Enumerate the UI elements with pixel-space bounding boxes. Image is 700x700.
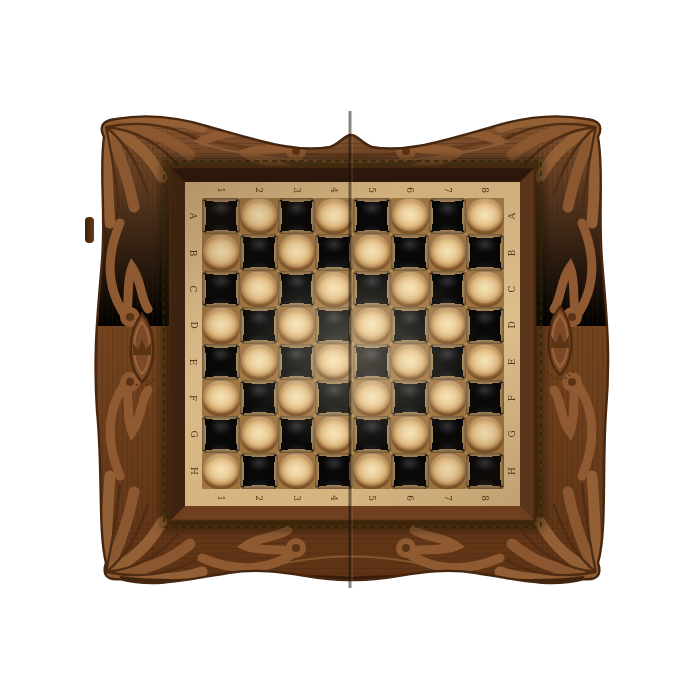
- coord-label-bottom-4: 4: [315, 489, 353, 506]
- coord-label-text: E: [188, 358, 198, 365]
- coord-label-right-6: F: [504, 380, 520, 416]
- square-B2: [240, 234, 278, 270]
- coord-label-top-4: 4: [315, 182, 353, 198]
- dark-square-pillow: [429, 344, 467, 380]
- square-C6: [391, 271, 429, 307]
- square-F8: [466, 380, 504, 416]
- coord-label-bottom-8: 8: [466, 489, 504, 506]
- square-A7: [429, 198, 467, 234]
- light-square-pillow: [202, 380, 240, 416]
- light-square-pillow: [278, 307, 316, 343]
- coord-label-bottom-6: 6: [391, 489, 429, 506]
- light-square-pillow: [466, 416, 504, 452]
- dark-square-pillow: [240, 453, 278, 489]
- square-F7: [429, 380, 467, 416]
- square-E7: [429, 344, 467, 380]
- coord-label-top-3: 3: [278, 182, 316, 198]
- coord-label-bottom-3: 3: [278, 489, 316, 506]
- dark-square-pillow: [202, 416, 240, 452]
- square-D8: [466, 307, 504, 343]
- coord-label-bottom-2: 2: [240, 489, 278, 506]
- corner-spacer: [504, 489, 520, 506]
- square-C4: [315, 271, 353, 307]
- square-A1: [202, 198, 240, 234]
- light-square-pillow: [466, 344, 504, 380]
- square-C8: [466, 271, 504, 307]
- dark-square-pillow: [353, 416, 391, 452]
- light-square-pillow: [391, 416, 429, 452]
- coord-label-text: H: [188, 467, 198, 475]
- coord-label-right-7: G: [504, 416, 520, 452]
- light-square-pillow: [315, 271, 353, 307]
- corner-spacer: [185, 182, 202, 198]
- inner-bevel-frame: 12345678AABBCCDDEEFFGGHH12345678: [170, 167, 535, 521]
- light-square-pillow: [240, 344, 278, 380]
- dark-square-pillow: [278, 271, 316, 307]
- square-H5: [353, 453, 391, 489]
- dark-square-pillow: [391, 307, 429, 343]
- coord-label-text: H: [507, 467, 517, 475]
- light-square-pillow: [429, 307, 467, 343]
- coord-label-text: 6: [405, 495, 415, 501]
- dark-square-pillow: [391, 380, 429, 416]
- coord-label-left-8: H: [185, 453, 202, 489]
- light-square-pillow: [353, 234, 391, 270]
- coord-label-text: A: [189, 213, 199, 220]
- light-square-pillow: [429, 453, 467, 489]
- square-B3: [278, 234, 316, 270]
- coord-label-text: F: [189, 395, 199, 401]
- square-F4: [315, 380, 353, 416]
- square-C5: [353, 271, 391, 307]
- coord-label-top-7: 7: [429, 182, 467, 198]
- square-D6: [391, 307, 429, 343]
- square-F2: [240, 380, 278, 416]
- coord-label-text: E: [507, 358, 517, 365]
- coord-label-text: 4: [329, 187, 339, 193]
- dark-square-pillow: [353, 344, 391, 380]
- square-H8: [466, 453, 504, 489]
- square-B1: [202, 234, 240, 270]
- square-G2: [240, 416, 278, 452]
- square-H3: [278, 453, 316, 489]
- side-clasp: [85, 217, 94, 243]
- square-G7: [429, 416, 467, 452]
- light-square-pillow: [353, 453, 391, 489]
- coord-label-text: D: [507, 322, 517, 329]
- coord-label-text: A: [507, 213, 517, 220]
- square-A5: [353, 198, 391, 234]
- coord-label-top-8: 8: [466, 182, 504, 198]
- coord-label-bottom-1: 1: [202, 489, 240, 506]
- dark-square-pillow: [240, 380, 278, 416]
- coord-label-bottom-7: 7: [429, 489, 467, 506]
- light-square-pillow: [391, 344, 429, 380]
- carved-chess-board: 12345678AABBCCDDEEFFGGHH12345678: [90, 111, 612, 588]
- corner-spacer: [185, 489, 202, 506]
- coord-label-text: 2: [254, 187, 264, 193]
- coord-label-right-4: D: [504, 307, 520, 343]
- dark-square-pillow: [466, 234, 504, 270]
- coord-label-bottom-5: 5: [353, 489, 391, 506]
- coord-label-left-2: B: [185, 234, 202, 270]
- square-G8: [466, 416, 504, 452]
- coord-label-left-5: E: [185, 344, 202, 380]
- square-A3: [278, 198, 316, 234]
- top-wave-carving: [186, 133, 516, 156]
- coord-label-text: 7: [442, 187, 452, 193]
- square-H7: [429, 453, 467, 489]
- light-square-pillow: [429, 380, 467, 416]
- square-H1: [202, 453, 240, 489]
- coord-label-top-2: 2: [240, 182, 278, 198]
- light-square-pillow: [202, 234, 240, 270]
- light-square-pillow: [202, 307, 240, 343]
- coord-label-text: 3: [291, 495, 301, 501]
- coord-label-top-5: 5: [353, 182, 391, 198]
- square-A8: [466, 198, 504, 234]
- square-E4: [315, 344, 353, 380]
- square-E5: [353, 344, 391, 380]
- square-B6: [391, 234, 429, 270]
- coord-label-text: 5: [367, 495, 377, 501]
- coord-label-text: C: [188, 285, 198, 292]
- coord-label-text: G: [507, 431, 517, 438]
- coord-label-text: 8: [480, 187, 490, 193]
- light-square-pillow: [240, 416, 278, 452]
- coord-label-left-3: C: [185, 271, 202, 307]
- product-photo: 12345678AABBCCDDEEFFGGHH12345678: [0, 0, 700, 700]
- light-square-pillow: [315, 416, 353, 452]
- square-F6: [391, 380, 429, 416]
- coord-label-text: 5: [367, 187, 377, 193]
- dark-square-pillow: [240, 307, 278, 343]
- coord-label-text: 4: [329, 495, 339, 501]
- light-square-pillow: [466, 271, 504, 307]
- square-E1: [202, 344, 240, 380]
- dark-square-pillow: [353, 198, 391, 234]
- square-D3: [278, 307, 316, 343]
- light-square-pillow: [391, 271, 429, 307]
- square-D4: [315, 307, 353, 343]
- light-square-pillow: [202, 453, 240, 489]
- square-B5: [353, 234, 391, 270]
- square-G4: [315, 416, 353, 452]
- square-G3: [278, 416, 316, 452]
- square-H6: [391, 453, 429, 489]
- corner-spacer: [504, 182, 520, 198]
- light-square-pillow: [240, 198, 278, 234]
- light-square-pillow: [240, 271, 278, 307]
- light-square-pillow: [391, 198, 429, 234]
- dark-square-pillow: [466, 380, 504, 416]
- coord-label-right-5: E: [504, 344, 520, 380]
- square-C2: [240, 271, 278, 307]
- coord-label-text: B: [189, 249, 199, 256]
- coord-label-right-3: C: [504, 271, 520, 307]
- square-B8: [466, 234, 504, 270]
- dark-square-pillow: [240, 234, 278, 270]
- light-square-pillow: [278, 234, 316, 270]
- coord-label-text: 7: [442, 495, 452, 501]
- dark-square-pillow: [278, 198, 316, 234]
- coord-label-text: 8: [480, 495, 490, 501]
- square-D2: [240, 307, 278, 343]
- light-square-pillow: [278, 453, 316, 489]
- square-A4: [315, 198, 353, 234]
- coord-label-left-6: F: [185, 380, 202, 416]
- square-G5: [353, 416, 391, 452]
- dark-square-pillow: [315, 380, 353, 416]
- square-D5: [353, 307, 391, 343]
- square-A2: [240, 198, 278, 234]
- coord-label-top-6: 6: [391, 182, 429, 198]
- dark-square-pillow: [315, 453, 353, 489]
- square-E6: [391, 344, 429, 380]
- light-square-pillow: [353, 380, 391, 416]
- dark-square-pillow: [202, 344, 240, 380]
- coord-label-text: F: [507, 395, 517, 401]
- square-F3: [278, 380, 316, 416]
- coord-label-text: D: [189, 322, 199, 329]
- square-D7: [429, 307, 467, 343]
- square-G1: [202, 416, 240, 452]
- coord-label-text: 1: [216, 495, 226, 501]
- square-C7: [429, 271, 467, 307]
- coord-label-text: 1: [216, 187, 226, 193]
- light-square-pillow: [315, 344, 353, 380]
- dark-square-pillow: [391, 453, 429, 489]
- square-B7: [429, 234, 467, 270]
- board-field: 12345678AABBCCDDEEFFGGHH12345678: [185, 182, 520, 506]
- square-B4: [315, 234, 353, 270]
- square-C3: [278, 271, 316, 307]
- medallion-right: [546, 307, 574, 379]
- square-E3: [278, 344, 316, 380]
- dark-square-pillow: [391, 234, 429, 270]
- coord-label-text: B: [507, 249, 517, 256]
- light-square-pillow: [429, 234, 467, 270]
- square-C1: [202, 271, 240, 307]
- board-grid: 12345678AABBCCDDEEFFGGHH12345678: [185, 182, 520, 506]
- square-F5: [353, 380, 391, 416]
- dark-square-pillow: [202, 198, 240, 234]
- dark-square-pillow: [429, 198, 467, 234]
- coord-label-right-8: H: [504, 453, 520, 489]
- bottom-wave-carving: [186, 544, 516, 567]
- coord-label-left-4: D: [185, 307, 202, 343]
- coord-label-text: 6: [405, 187, 415, 193]
- square-E8: [466, 344, 504, 380]
- coord-label-right-2: B: [504, 234, 520, 270]
- square-D1: [202, 307, 240, 343]
- square-H2: [240, 453, 278, 489]
- coord-label-left-1: A: [185, 198, 202, 234]
- dark-square-pillow: [466, 307, 504, 343]
- dark-square-pillow: [466, 453, 504, 489]
- light-square-pillow: [278, 380, 316, 416]
- coord-label-text: 3: [291, 187, 301, 193]
- light-square-pillow: [353, 307, 391, 343]
- coord-label-top-1: 1: [202, 182, 240, 198]
- square-A6: [391, 198, 429, 234]
- coord-label-text: G: [188, 431, 198, 438]
- square-F1: [202, 380, 240, 416]
- dark-square-pillow: [353, 271, 391, 307]
- square-H4: [315, 453, 353, 489]
- medallion-left: [128, 314, 156, 386]
- dark-square-pillow: [429, 271, 467, 307]
- dark-square-pillow: [429, 416, 467, 452]
- square-E2: [240, 344, 278, 380]
- dark-square-pillow: [278, 344, 316, 380]
- coord-label-right-1: A: [504, 198, 520, 234]
- light-square-pillow: [466, 198, 504, 234]
- coord-label-text: C: [507, 285, 517, 292]
- dark-square-pillow: [278, 416, 316, 452]
- dark-square-pillow: [315, 307, 353, 343]
- square-G6: [391, 416, 429, 452]
- dark-square-pillow: [315, 234, 353, 270]
- light-square-pillow: [315, 198, 353, 234]
- coord-label-left-7: G: [185, 416, 202, 452]
- dark-square-pillow: [202, 271, 240, 307]
- coord-label-text: 2: [254, 495, 264, 501]
